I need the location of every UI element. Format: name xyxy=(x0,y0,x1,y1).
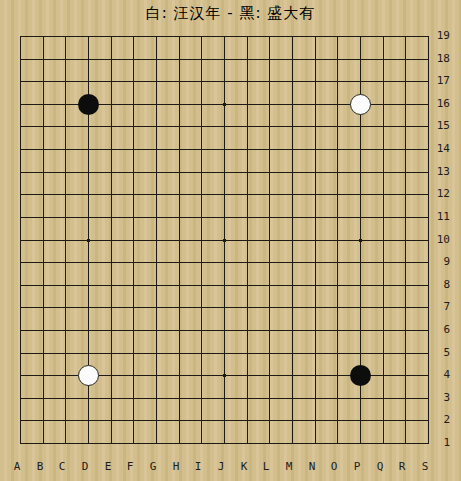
row-label-12: 12 xyxy=(430,187,450,201)
col-label-h: H xyxy=(173,460,180,473)
stone-black-p4[interactable] xyxy=(350,365,371,386)
row-label-6: 6 xyxy=(430,323,450,337)
col-label-d: D xyxy=(82,460,89,473)
star-point-p10 xyxy=(359,239,362,242)
grid-line-vertical xyxy=(428,36,429,444)
row-label-7: 7 xyxy=(430,300,450,314)
row-label-4: 4 xyxy=(430,368,450,382)
row-label-17: 17 xyxy=(430,74,450,88)
col-label-m: M xyxy=(286,460,293,473)
col-label-b: B xyxy=(37,460,44,473)
row-label-13: 13 xyxy=(430,165,450,179)
grid-line-vertical xyxy=(405,36,406,444)
go-board[interactable]: ABCDEFGHIJKLMNOPQRS191817161514131211109… xyxy=(0,0,461,481)
col-label-k: K xyxy=(241,460,248,473)
grid-line-vertical xyxy=(337,36,338,444)
row-label-5: 5 xyxy=(430,346,450,360)
row-label-1: 1 xyxy=(430,436,450,450)
row-label-14: 14 xyxy=(430,142,450,156)
col-label-n: N xyxy=(309,460,316,473)
star-point-j16 xyxy=(223,103,226,106)
stone-black-d16[interactable] xyxy=(78,94,99,115)
grid-line-vertical xyxy=(247,36,248,444)
row-label-9: 9 xyxy=(430,255,450,269)
row-label-10: 10 xyxy=(430,233,450,247)
stone-white-p16[interactable] xyxy=(350,94,371,115)
col-label-r: R xyxy=(399,460,406,473)
grid-line-horizontal xyxy=(20,307,429,308)
stone-white-d4[interactable] xyxy=(78,365,99,386)
star-point-j4 xyxy=(223,374,226,377)
col-label-j: J xyxy=(218,460,225,473)
row-label-11: 11 xyxy=(430,210,450,224)
star-point-d10 xyxy=(87,239,90,242)
grid-line-vertical xyxy=(315,36,316,444)
grid-line-horizontal xyxy=(20,262,429,263)
col-label-q: Q xyxy=(377,460,384,473)
grid-line-horizontal xyxy=(20,443,429,444)
col-label-l: L xyxy=(263,460,270,473)
col-label-s: S xyxy=(422,460,429,473)
col-label-o: O xyxy=(331,460,338,473)
row-label-18: 18 xyxy=(430,52,450,66)
col-label-a: A xyxy=(14,460,21,473)
col-label-e: E xyxy=(105,460,112,473)
row-label-2: 2 xyxy=(430,413,450,427)
grid-line-horizontal xyxy=(20,353,429,354)
star-point-j10 xyxy=(223,239,226,242)
grid-line-horizontal xyxy=(20,398,429,399)
grid-line-vertical xyxy=(292,36,293,444)
row-label-15: 15 xyxy=(430,119,450,133)
row-label-19: 19 xyxy=(430,29,450,43)
grid-line-horizontal xyxy=(20,330,429,331)
grid-line-horizontal xyxy=(20,285,429,286)
row-label-3: 3 xyxy=(430,391,450,405)
col-label-i: I xyxy=(195,460,202,473)
go-game-screen: 白: 汪汉年 - 黑: 盛大有 ABCDEFGHIJKLMNOPQRS19181… xyxy=(0,0,461,481)
row-label-16: 16 xyxy=(430,97,450,111)
row-label-8: 8 xyxy=(430,278,450,292)
col-label-f: F xyxy=(127,460,134,473)
grid-line-vertical xyxy=(269,36,270,444)
grid-line-horizontal xyxy=(20,420,429,421)
col-label-c: C xyxy=(59,460,66,473)
col-label-g: G xyxy=(150,460,157,473)
col-label-p: P xyxy=(354,460,361,473)
grid-line-vertical xyxy=(383,36,384,444)
